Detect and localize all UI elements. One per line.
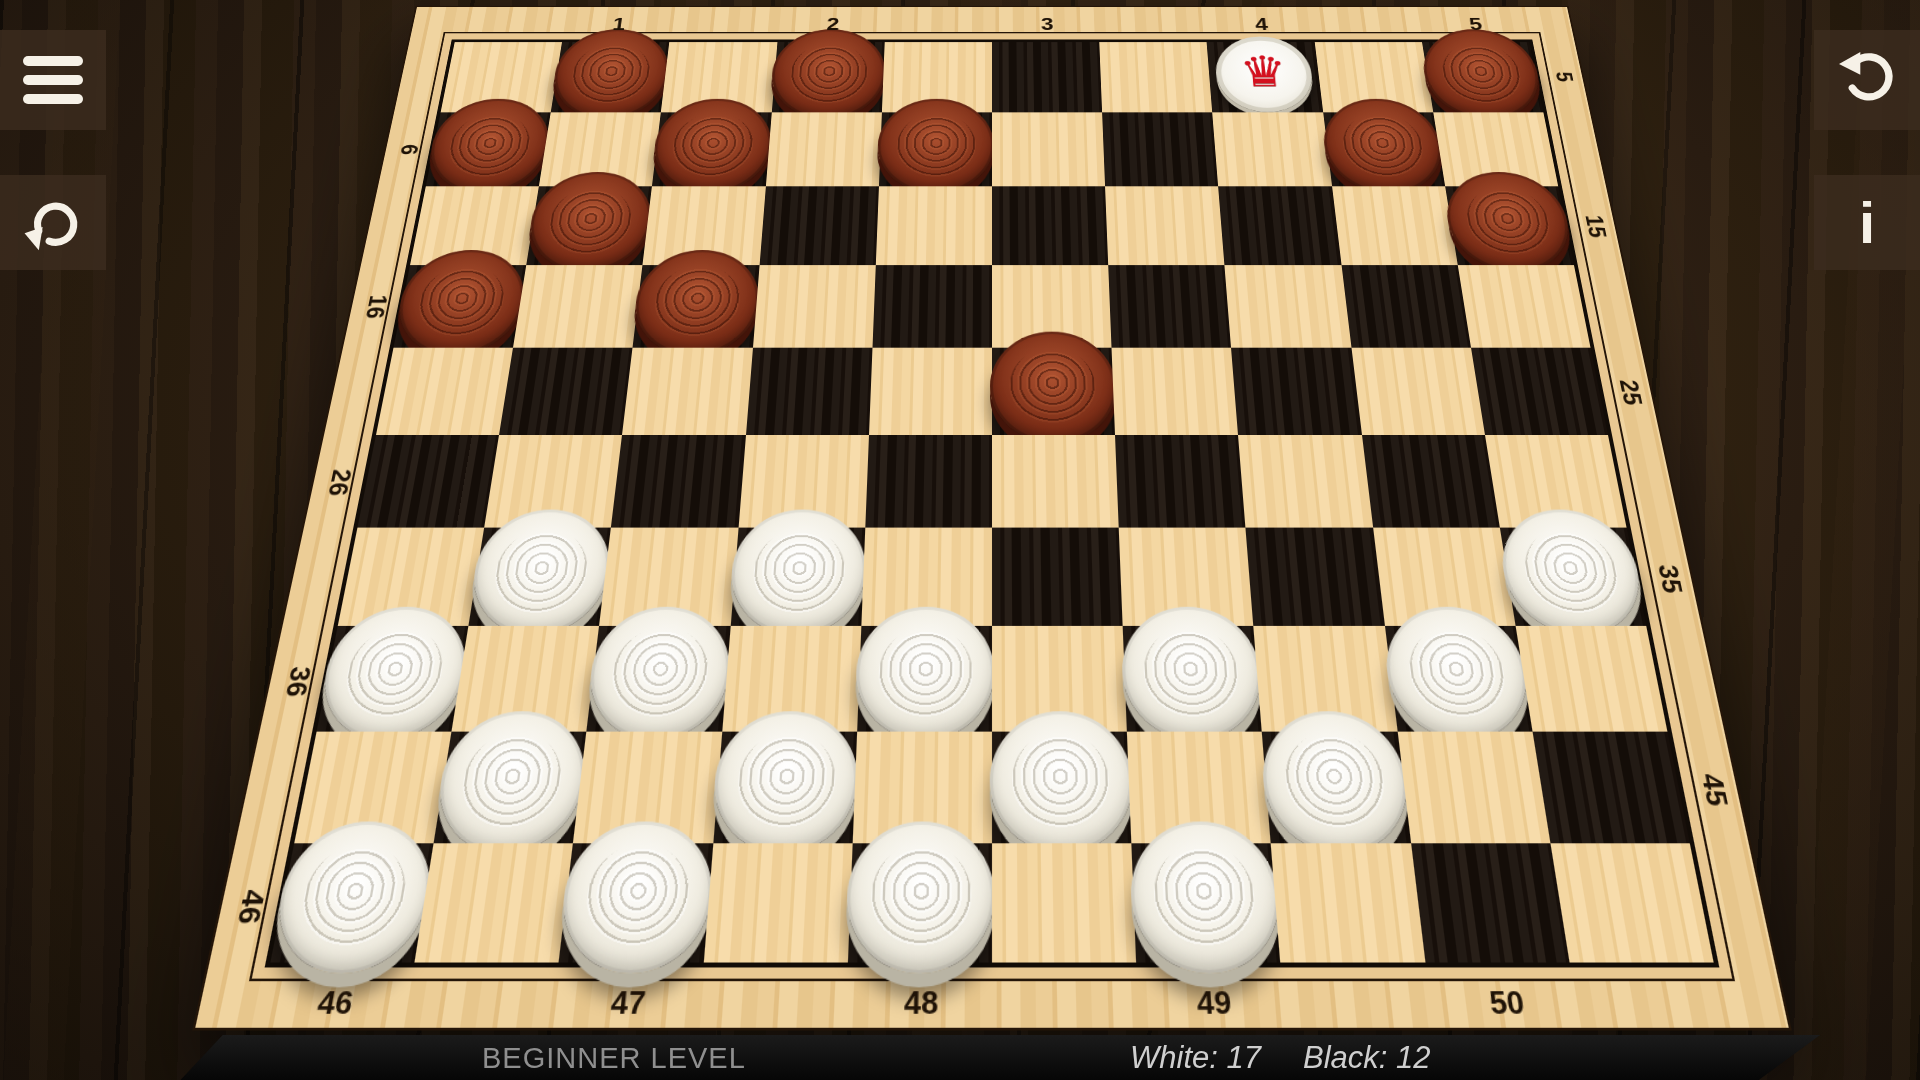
- square-13[interactable]: [992, 187, 1108, 265]
- white-man-31[interactable]: [465, 510, 616, 636]
- light-square: [1397, 731, 1550, 843]
- square-12[interactable]: [759, 187, 879, 265]
- coord-right-5: 5: [1549, 72, 1579, 82]
- square-34[interactable]: [1246, 528, 1385, 627]
- square-46[interactable]: [270, 843, 433, 962]
- white-man-38[interactable]: [854, 607, 995, 741]
- square-36[interactable]: [317, 626, 469, 731]
- white-man-48[interactable]: [844, 821, 994, 973]
- black-man-7[interactable]: [649, 99, 774, 193]
- square-7[interactable]: [652, 113, 771, 187]
- white-man-41[interactable]: [429, 711, 591, 853]
- coord-bottom-48: 48: [904, 983, 939, 1022]
- light-square: [1515, 626, 1667, 731]
- menu-button[interactable]: [0, 30, 106, 130]
- light-square: [1332, 187, 1458, 265]
- square-24[interactable]: [1231, 348, 1361, 435]
- black-man-10[interactable]: [1319, 99, 1448, 193]
- square-27[interactable]: [611, 435, 745, 528]
- square-3[interactable]: [992, 42, 1102, 112]
- coord-right-25: 25: [1612, 380, 1648, 405]
- black-man-17[interactable]: [630, 250, 763, 355]
- light-square: [1271, 843, 1425, 962]
- square-38[interactable]: [857, 626, 992, 731]
- coord-bottom-50: 50: [1487, 983, 1527, 1022]
- black-score: Black: 12: [1303, 1040, 1431, 1076]
- light-square: [1550, 843, 1713, 962]
- square-11[interactable]: [526, 187, 652, 265]
- black-man-5[interactable]: [1418, 29, 1547, 119]
- square-5[interactable]: [1422, 42, 1544, 112]
- hamburger-icon: [23, 56, 83, 104]
- coord-bottom-47: 47: [609, 983, 647, 1022]
- light-square: [622, 348, 752, 435]
- square-45[interactable]: [1532, 731, 1689, 843]
- light-square: [1225, 265, 1351, 348]
- square-25[interactable]: [1471, 348, 1608, 435]
- square-47[interactable]: [559, 843, 713, 962]
- square-21[interactable]: [499, 348, 633, 435]
- white-man-32[interactable]: [727, 510, 868, 636]
- black-man-23[interactable]: [990, 331, 1118, 442]
- square-49[interactable]: [1132, 843, 1281, 962]
- square-39[interactable]: [1123, 626, 1262, 731]
- square-37[interactable]: [587, 626, 730, 731]
- square-43[interactable]: [992, 731, 1132, 843]
- info-button[interactable]: i: [1814, 175, 1920, 270]
- square-28[interactable]: [865, 435, 992, 528]
- light-square: [869, 348, 992, 435]
- coord-bottom-49: 49: [1196, 983, 1233, 1022]
- square-23[interactable]: [992, 348, 1115, 435]
- square-14[interactable]: [1218, 187, 1341, 265]
- square-10[interactable]: [1323, 113, 1445, 187]
- square-16[interactable]: [394, 265, 527, 348]
- playing-area: ♛: [265, 39, 1720, 967]
- square-31[interactable]: [469, 528, 612, 627]
- board-grid: ♛: [270, 42, 1713, 962]
- white-man-47[interactable]: [555, 821, 717, 973]
- square-35[interactable]: [1500, 528, 1647, 627]
- white-man-36[interactable]: [312, 607, 474, 741]
- light-square: [415, 843, 574, 962]
- light-square: [992, 843, 1136, 962]
- square-22[interactable]: [746, 348, 873, 435]
- white-man-43[interactable]: [989, 711, 1134, 853]
- light-square: [703, 843, 852, 962]
- game-screen: ♛ 123454647484950616263646515253545 BEGI…: [0, 0, 1920, 1080]
- square-9[interactable]: [1102, 113, 1218, 187]
- square-17[interactable]: [633, 265, 759, 348]
- white-man-40[interactable]: [1380, 607, 1537, 741]
- white-man-44[interactable]: [1258, 711, 1415, 853]
- white-man-46[interactable]: [265, 821, 440, 973]
- coord-left-46: 46: [229, 889, 272, 924]
- black-man-16[interactable]: [390, 250, 531, 355]
- square-33[interactable]: [992, 528, 1123, 627]
- king-crown-icon: ♛: [1238, 51, 1290, 93]
- square-26[interactable]: [357, 435, 499, 528]
- square-44[interactable]: [1262, 731, 1411, 843]
- black-man-1[interactable]: [548, 29, 674, 119]
- square-15[interactable]: [1445, 187, 1574, 265]
- light-square: [1238, 435, 1372, 528]
- square-42[interactable]: [713, 731, 857, 843]
- square-4[interactable]: ♛: [1207, 42, 1323, 112]
- light-square: [513, 265, 643, 348]
- light-square: [1099, 42, 1212, 112]
- square-50[interactable]: [1411, 843, 1570, 962]
- score-labels: White: 17 Black: 12: [1130, 1040, 1430, 1076]
- restart-icon: [22, 192, 84, 254]
- square-29[interactable]: [1115, 435, 1246, 528]
- light-square: [992, 113, 1105, 187]
- square-30[interactable]: [1362, 435, 1500, 528]
- coord-top-5: 5: [1467, 13, 1483, 34]
- coord-top-2: 2: [826, 13, 840, 34]
- square-41[interactable]: [434, 731, 587, 843]
- coord-left-6: 6: [393, 144, 423, 155]
- light-square: [376, 348, 513, 435]
- level-label: BEGINNER LEVEL: [482, 1042, 746, 1075]
- board-frame: ♛ 123454647484950616263646515253545: [192, 6, 1791, 1031]
- coord-top-4: 4: [1254, 13, 1269, 34]
- undo-icon: [1835, 48, 1899, 112]
- restart-button[interactable]: [0, 175, 106, 270]
- coord-left-16: 16: [358, 295, 393, 319]
- square-48[interactable]: [848, 843, 992, 962]
- coord-bottom-46: 46: [315, 983, 356, 1022]
- coord-top-3: 3: [1041, 13, 1054, 34]
- white-man-37[interactable]: [583, 607, 734, 741]
- light-square: [753, 265, 876, 348]
- square-19[interactable]: [1108, 265, 1231, 348]
- light-square: [992, 435, 1119, 528]
- black-man-2[interactable]: [769, 29, 887, 119]
- coord-right-15: 15: [1578, 215, 1612, 238]
- light-square: [1458, 265, 1591, 348]
- light-square: [876, 187, 992, 265]
- square-8[interactable]: [879, 113, 992, 187]
- white-man-35[interactable]: [1494, 510, 1650, 636]
- light-square: [1105, 187, 1225, 265]
- light-square: [1351, 348, 1485, 435]
- black-man-8[interactable]: [876, 99, 994, 193]
- white-man-39[interactable]: [1120, 607, 1266, 741]
- coord-right-45: 45: [1693, 774, 1734, 806]
- black-man-15[interactable]: [1440, 172, 1577, 272]
- white-man-49[interactable]: [1128, 821, 1284, 973]
- square-20[interactable]: [1341, 265, 1471, 348]
- light-square: [765, 113, 881, 187]
- light-square: [1213, 113, 1332, 187]
- square-6[interactable]: [426, 113, 551, 187]
- square-40[interactable]: [1385, 626, 1533, 731]
- white-man-42[interactable]: [709, 711, 860, 853]
- coord-right-35: 35: [1650, 565, 1688, 593]
- square-32[interactable]: [730, 528, 865, 627]
- coord-left-26: 26: [320, 469, 357, 496]
- status-bar: BEGINNER LEVEL White: 17 Black: 12: [0, 1035, 1920, 1080]
- black-man-6[interactable]: [422, 99, 555, 193]
- draughts-board: ♛ 123454647484950616263646515253545: [192, 6, 1791, 1031]
- white-score: White: 17: [1130, 1040, 1261, 1076]
- white-king-4[interactable]: ♛: [1213, 37, 1316, 113]
- info-icon: i: [1859, 189, 1875, 256]
- square-1[interactable]: [551, 42, 670, 112]
- square-18[interactable]: [872, 265, 992, 348]
- black-man-11[interactable]: [523, 172, 656, 272]
- coord-left-36: 36: [278, 666, 318, 696]
- square-2[interactable]: [771, 42, 884, 112]
- status-bar-background: [0, 1035, 1920, 1080]
- light-square: [1112, 348, 1239, 435]
- undo-button[interactable]: [1814, 30, 1920, 130]
